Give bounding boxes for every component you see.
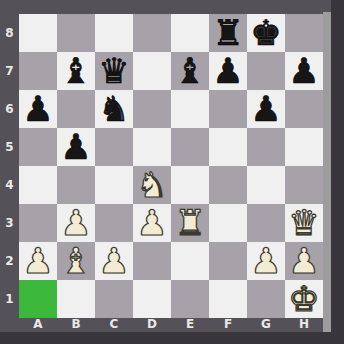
square-d7[interactable] xyxy=(133,52,171,90)
square-h2[interactable]: ♟ xyxy=(285,242,323,280)
square-g2[interactable]: ♟ xyxy=(247,242,285,280)
file-label-e: E xyxy=(171,317,209,331)
square-f7[interactable]: ♟ xyxy=(209,52,247,90)
square-e5[interactable] xyxy=(171,128,209,166)
rank-label-8: 8 xyxy=(0,14,19,52)
square-f4[interactable] xyxy=(209,166,247,204)
piece-black-pawn[interactable]: ♟ xyxy=(250,90,281,128)
rank-label-6: 6 xyxy=(0,90,19,128)
square-a4[interactable] xyxy=(19,166,57,204)
square-b5[interactable]: ♟ xyxy=(57,128,95,166)
square-g8[interactable]: ♚ xyxy=(247,14,285,52)
square-h1[interactable]: ♚ xyxy=(285,280,323,318)
square-a1[interactable] xyxy=(19,280,57,318)
square-a6[interactable]: ♟ xyxy=(19,90,57,128)
piece-black-bishop[interactable]: ♝ xyxy=(174,52,205,90)
piece-white-queen[interactable]: ♛ xyxy=(288,204,319,242)
piece-black-bishop[interactable]: ♝ xyxy=(60,52,91,90)
piece-white-bishop[interactable]: ♝ xyxy=(60,242,91,280)
file-label-b: B xyxy=(57,317,95,331)
square-d6[interactable] xyxy=(133,90,171,128)
file-label-a: A xyxy=(19,317,57,331)
rank-label-2: 2 xyxy=(0,242,19,280)
square-g6[interactable]: ♟ xyxy=(247,90,285,128)
square-g5[interactable] xyxy=(247,128,285,166)
square-a7[interactable] xyxy=(19,52,57,90)
square-e1[interactable] xyxy=(171,280,209,318)
square-c4[interactable] xyxy=(95,166,133,204)
file-label-g: G xyxy=(247,317,285,331)
square-f2[interactable] xyxy=(209,242,247,280)
piece-white-pawn[interactable]: ♟ xyxy=(60,204,91,242)
square-b3[interactable]: ♟ xyxy=(57,204,95,242)
square-h6[interactable] xyxy=(285,90,323,128)
square-d4[interactable]: ♞ xyxy=(133,166,171,204)
square-e6[interactable] xyxy=(171,90,209,128)
square-c7[interactable]: ♛ xyxy=(95,52,133,90)
square-f8[interactable]: ♜ xyxy=(209,14,247,52)
square-f6[interactable] xyxy=(209,90,247,128)
rank-label-7: 7 xyxy=(0,52,19,90)
square-b7[interactable]: ♝ xyxy=(57,52,95,90)
square-h8[interactable] xyxy=(285,14,323,52)
square-h4[interactable] xyxy=(285,166,323,204)
square-g3[interactable] xyxy=(247,204,285,242)
piece-white-pawn[interactable]: ♟ xyxy=(98,242,129,280)
file-label-d: D xyxy=(133,317,171,331)
square-f3[interactable] xyxy=(209,204,247,242)
frame-bevel-edge xyxy=(323,12,331,332)
square-b1[interactable] xyxy=(57,280,95,318)
rank-label-1: 1 xyxy=(0,280,19,318)
square-g1[interactable] xyxy=(247,280,285,318)
square-f5[interactable] xyxy=(209,128,247,166)
square-d2[interactable] xyxy=(133,242,171,280)
piece-black-pawn[interactable]: ♟ xyxy=(60,128,91,166)
square-e2[interactable] xyxy=(171,242,209,280)
piece-white-king[interactable]: ♚ xyxy=(288,280,319,318)
square-e8[interactable] xyxy=(171,14,209,52)
piece-black-pawn[interactable]: ♟ xyxy=(22,90,53,128)
square-c8[interactable] xyxy=(95,14,133,52)
square-c3[interactable] xyxy=(95,204,133,242)
rank-label-3: 3 xyxy=(0,204,19,242)
piece-black-rook[interactable]: ♜ xyxy=(212,14,243,52)
square-e4[interactable] xyxy=(171,166,209,204)
square-c1[interactable] xyxy=(95,280,133,318)
square-e3[interactable]: ♜ xyxy=(171,204,209,242)
square-d3[interactable]: ♟ xyxy=(133,204,171,242)
square-c5[interactable] xyxy=(95,128,133,166)
square-a2[interactable]: ♟ xyxy=(19,242,57,280)
piece-white-pawn[interactable]: ♟ xyxy=(288,242,319,280)
square-b6[interactable] xyxy=(57,90,95,128)
rank-label-5: 5 xyxy=(0,128,19,166)
square-a8[interactable] xyxy=(19,14,57,52)
piece-white-pawn[interactable]: ♟ xyxy=(22,242,53,280)
frame-shadow-bottom xyxy=(0,332,344,344)
square-d1[interactable] xyxy=(133,280,171,318)
piece-black-king[interactable]: ♚ xyxy=(250,14,281,52)
piece-white-pawn[interactable]: ♟ xyxy=(250,242,281,280)
square-h5[interactable] xyxy=(285,128,323,166)
chess-board: ♜♚♝♛♝♟♟♟♞♟♟♞♟♟♜♛♟♝♟♟♟♚ xyxy=(19,14,323,318)
square-g7[interactable] xyxy=(247,52,285,90)
square-b8[interactable] xyxy=(57,14,95,52)
square-d5[interactable] xyxy=(133,128,171,166)
square-b4[interactable] xyxy=(57,166,95,204)
square-e7[interactable]: ♝ xyxy=(171,52,209,90)
frame-shadow-right xyxy=(331,0,344,344)
piece-white-rook[interactable]: ♜ xyxy=(174,204,205,242)
square-d8[interactable] xyxy=(133,14,171,52)
square-a3[interactable] xyxy=(19,204,57,242)
piece-white-knight[interactable]: ♞ xyxy=(136,166,167,204)
square-b2[interactable]: ♝ xyxy=(57,242,95,280)
piece-black-knight[interactable]: ♞ xyxy=(98,90,129,128)
chess-board-frame: ♜♚♝♛♝♟♟♟♞♟♟♞♟♟♜♛♟♝♟♟♟♚ 87654321ABCDEFGH xyxy=(0,0,344,344)
file-label-h: H xyxy=(285,317,323,331)
file-label-f: F xyxy=(209,317,247,331)
piece-black-pawn[interactable]: ♟ xyxy=(288,52,319,90)
square-a5[interactable] xyxy=(19,128,57,166)
piece-black-queen[interactable]: ♛ xyxy=(98,52,129,90)
file-label-c: C xyxy=(95,317,133,331)
square-c2[interactable]: ♟ xyxy=(95,242,133,280)
square-c6[interactable]: ♞ xyxy=(95,90,133,128)
square-h3[interactable]: ♛ xyxy=(285,204,323,242)
square-h7[interactable]: ♟ xyxy=(285,52,323,90)
square-f1[interactable] xyxy=(209,280,247,318)
rank-label-4: 4 xyxy=(0,166,19,204)
piece-white-pawn[interactable]: ♟ xyxy=(136,204,167,242)
square-g4[interactable] xyxy=(247,166,285,204)
piece-black-pawn[interactable]: ♟ xyxy=(212,52,243,90)
